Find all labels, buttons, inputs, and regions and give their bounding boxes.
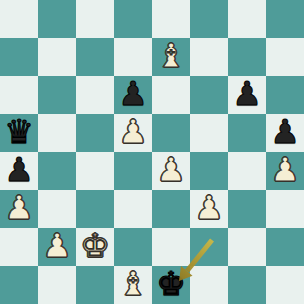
square-b7[interactable] bbox=[38, 38, 76, 76]
piece-white-king-c2[interactable]: ♚ bbox=[80, 227, 110, 265]
square-c2[interactable]: ♚ bbox=[76, 228, 114, 266]
square-e8[interactable] bbox=[152, 0, 190, 38]
square-a3[interactable]: ♟ bbox=[0, 190, 38, 228]
square-e7[interactable]: ♝ bbox=[152, 38, 190, 76]
square-c4[interactable] bbox=[76, 152, 114, 190]
square-e3[interactable] bbox=[152, 190, 190, 228]
piece-black-king-e1[interactable]: ♚ bbox=[156, 265, 186, 303]
square-h3[interactable] bbox=[266, 190, 304, 228]
square-d5[interactable]: ♟ bbox=[114, 114, 152, 152]
square-c6[interactable] bbox=[76, 76, 114, 114]
piece-white-pawn-e4[interactable]: ♟ bbox=[156, 151, 186, 189]
square-f4[interactable] bbox=[190, 152, 228, 190]
piece-white-pawn-b2[interactable]: ♟ bbox=[42, 227, 72, 265]
square-f6[interactable] bbox=[190, 76, 228, 114]
square-d8[interactable] bbox=[114, 0, 152, 38]
square-f2[interactable] bbox=[190, 228, 228, 266]
square-h2[interactable] bbox=[266, 228, 304, 266]
square-c8[interactable] bbox=[76, 0, 114, 38]
square-d3[interactable] bbox=[114, 190, 152, 228]
square-e1[interactable]: ♚ bbox=[152, 266, 190, 304]
square-b5[interactable] bbox=[38, 114, 76, 152]
square-e4[interactable]: ♟ bbox=[152, 152, 190, 190]
piece-white-bishop-e7[interactable]: ♝ bbox=[156, 37, 186, 75]
chess-board: ♝♟♟♛♟♟♟♟♟♟♟♟♚♝♚ bbox=[0, 0, 304, 304]
square-g7[interactable] bbox=[228, 38, 266, 76]
square-e2[interactable] bbox=[152, 228, 190, 266]
square-d1[interactable]: ♝ bbox=[114, 266, 152, 304]
piece-black-pawn-d6[interactable]: ♟ bbox=[118, 75, 148, 113]
square-f1[interactable] bbox=[190, 266, 228, 304]
square-e6[interactable] bbox=[152, 76, 190, 114]
square-f5[interactable] bbox=[190, 114, 228, 152]
piece-white-bishop-d1[interactable]: ♝ bbox=[118, 265, 148, 303]
square-h1[interactable] bbox=[266, 266, 304, 304]
square-g8[interactable] bbox=[228, 0, 266, 38]
square-e5[interactable] bbox=[152, 114, 190, 152]
square-g3[interactable] bbox=[228, 190, 266, 228]
square-g5[interactable] bbox=[228, 114, 266, 152]
square-h5[interactable]: ♟ bbox=[266, 114, 304, 152]
square-d2[interactable] bbox=[114, 228, 152, 266]
square-f3[interactable]: ♟ bbox=[190, 190, 228, 228]
square-d7[interactable] bbox=[114, 38, 152, 76]
square-h7[interactable] bbox=[266, 38, 304, 76]
piece-black-pawn-h5[interactable]: ♟ bbox=[270, 113, 300, 151]
square-h6[interactable] bbox=[266, 76, 304, 114]
square-a2[interactable] bbox=[0, 228, 38, 266]
square-a1[interactable] bbox=[0, 266, 38, 304]
square-d4[interactable] bbox=[114, 152, 152, 190]
piece-white-pawn-a3[interactable]: ♟ bbox=[4, 189, 34, 227]
square-c7[interactable] bbox=[76, 38, 114, 76]
square-g6[interactable]: ♟ bbox=[228, 76, 266, 114]
square-g2[interactable] bbox=[228, 228, 266, 266]
piece-black-pawn-g6[interactable]: ♟ bbox=[232, 75, 262, 113]
square-b2[interactable]: ♟ bbox=[38, 228, 76, 266]
square-b4[interactable] bbox=[38, 152, 76, 190]
square-g4[interactable] bbox=[228, 152, 266, 190]
piece-white-pawn-f3[interactable]: ♟ bbox=[194, 189, 224, 227]
square-a5[interactable]: ♛ bbox=[0, 114, 38, 152]
square-h8[interactable] bbox=[266, 0, 304, 38]
square-b1[interactable] bbox=[38, 266, 76, 304]
square-a4[interactable]: ♟ bbox=[0, 152, 38, 190]
piece-white-pawn-h4[interactable]: ♟ bbox=[270, 151, 300, 189]
square-d6[interactable]: ♟ bbox=[114, 76, 152, 114]
square-f8[interactable] bbox=[190, 0, 228, 38]
piece-white-pawn-d5[interactable]: ♟ bbox=[118, 113, 148, 151]
square-a7[interactable] bbox=[0, 38, 38, 76]
square-b8[interactable] bbox=[38, 0, 76, 38]
square-g1[interactable] bbox=[228, 266, 266, 304]
piece-black-pawn-a4[interactable]: ♟ bbox=[4, 151, 34, 189]
square-b3[interactable] bbox=[38, 190, 76, 228]
square-b6[interactable] bbox=[38, 76, 76, 114]
square-c1[interactable] bbox=[76, 266, 114, 304]
piece-black-queen-a5[interactable]: ♛ bbox=[4, 113, 34, 151]
square-c5[interactable] bbox=[76, 114, 114, 152]
square-a8[interactable] bbox=[0, 0, 38, 38]
square-f7[interactable] bbox=[190, 38, 228, 76]
square-c3[interactable] bbox=[76, 190, 114, 228]
square-h4[interactable]: ♟ bbox=[266, 152, 304, 190]
board-grid: ♝♟♟♛♟♟♟♟♟♟♟♟♚♝♚ bbox=[0, 0, 304, 304]
square-a6[interactable] bbox=[0, 76, 38, 114]
